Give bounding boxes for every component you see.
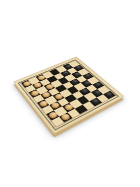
board-grid <box>21 61 115 127</box>
board-scene <box>27 49 107 129</box>
checkers-board <box>13 57 124 135</box>
board-3d-wrapper <box>13 57 124 135</box>
product-photo <box>0 0 140 187</box>
